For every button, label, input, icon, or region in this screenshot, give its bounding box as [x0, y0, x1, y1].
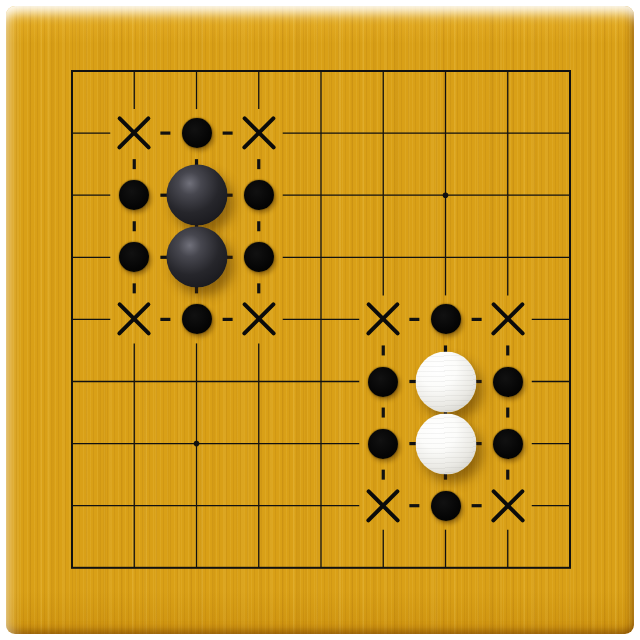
go-liberties-diagram: [0, 0, 640, 640]
board-surface[interactable]: [6, 6, 634, 634]
